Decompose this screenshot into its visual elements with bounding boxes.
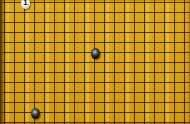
board-intersection[interactable] — [30, 28, 40, 38]
board-intersection[interactable] — [30, 18, 40, 28]
board-intersection[interactable] — [180, 118, 190, 124]
board-intersection[interactable] — [140, 8, 150, 18]
board-intersection[interactable] — [40, 68, 50, 78]
board-intersection[interactable] — [150, 0, 160, 8]
board-intersection[interactable] — [130, 0, 140, 8]
board-intersection[interactable] — [90, 18, 100, 28]
board-intersection[interactable] — [50, 118, 60, 124]
board-intersection[interactable] — [170, 78, 180, 88]
board-intersection[interactable] — [70, 98, 80, 108]
board-intersection[interactable] — [90, 8, 100, 18]
board-intersection[interactable] — [10, 48, 20, 58]
board-intersection[interactable] — [150, 108, 160, 118]
board-intersection[interactable] — [110, 78, 120, 88]
board-intersection[interactable] — [90, 38, 100, 48]
board-intersection[interactable] — [130, 108, 140, 118]
board-intersection[interactable] — [40, 98, 50, 108]
board-intersection[interactable] — [180, 0, 190, 8]
board-intersection[interactable] — [90, 0, 100, 8]
board-intersection[interactable] — [150, 68, 160, 78]
board-intersection[interactable] — [110, 88, 120, 98]
board-intersection[interactable] — [100, 0, 110, 8]
board-intersection[interactable] — [60, 48, 70, 58]
board-intersection[interactable] — [80, 0, 90, 8]
board-intersection[interactable] — [10, 108, 20, 118]
board-intersection[interactable] — [0, 108, 10, 118]
board-intersection[interactable]: 1 — [20, 0, 30, 8]
board-intersection[interactable] — [30, 98, 40, 108]
board-intersection[interactable] — [20, 8, 30, 18]
board-intersection[interactable] — [150, 48, 160, 58]
board-intersection[interactable] — [10, 28, 20, 38]
board-intersection[interactable] — [170, 98, 180, 108]
board-intersection[interactable] — [90, 48, 100, 58]
board-intersection[interactable] — [170, 68, 180, 78]
board-intersection[interactable] — [0, 68, 10, 78]
board-intersection[interactable] — [40, 78, 50, 88]
board-intersection[interactable] — [140, 108, 150, 118]
board-intersection[interactable] — [110, 38, 120, 48]
board-intersection[interactable] — [130, 78, 140, 88]
board-intersection[interactable] — [180, 8, 190, 18]
board-intersection[interactable] — [180, 18, 190, 28]
board-intersection[interactable] — [70, 28, 80, 38]
board-intersection[interactable] — [20, 18, 30, 28]
board-intersection[interactable] — [60, 18, 70, 28]
board-intersection[interactable] — [10, 68, 20, 78]
board-intersection[interactable] — [160, 28, 170, 38]
board-intersection[interactable] — [160, 118, 170, 124]
board-intersection[interactable] — [90, 108, 100, 118]
board-intersection[interactable] — [110, 0, 120, 8]
board-intersection[interactable] — [130, 68, 140, 78]
board-intersection[interactable] — [80, 28, 90, 38]
board-intersection[interactable] — [180, 48, 190, 58]
board-intersection[interactable] — [140, 38, 150, 48]
board-intersection[interactable] — [40, 118, 50, 124]
board-intersection[interactable] — [140, 0, 150, 8]
board-intersection[interactable] — [160, 18, 170, 28]
board-intersection[interactable] — [20, 108, 30, 118]
board-intersection[interactable] — [110, 58, 120, 68]
board-intersection[interactable] — [130, 28, 140, 38]
board-intersection[interactable] — [90, 78, 100, 88]
board-intersection[interactable] — [80, 18, 90, 28]
board-intersection[interactable] — [120, 98, 130, 108]
board-intersection[interactable] — [150, 8, 160, 18]
board-intersection[interactable] — [80, 38, 90, 48]
board-intersection[interactable] — [120, 18, 130, 28]
board-intersection[interactable] — [100, 8, 110, 18]
board-intersection[interactable] — [50, 58, 60, 68]
board-intersection[interactable] — [50, 108, 60, 118]
board-intersection[interactable] — [180, 78, 190, 88]
board-intersection[interactable] — [160, 48, 170, 58]
board-intersection[interactable] — [20, 98, 30, 108]
board-intersection[interactable] — [170, 118, 180, 124]
board-intersection[interactable] — [20, 88, 30, 98]
board-intersection[interactable] — [80, 98, 90, 108]
board-intersection[interactable] — [10, 58, 20, 68]
board-intersection[interactable] — [130, 58, 140, 68]
board-intersection[interactable] — [120, 108, 130, 118]
board-intersection[interactable] — [110, 18, 120, 28]
board-intersection[interactable] — [10, 8, 20, 18]
board-intersection[interactable] — [50, 28, 60, 38]
board-intersection[interactable] — [160, 88, 170, 98]
board-intersection[interactable] — [30, 108, 40, 118]
board-intersection[interactable] — [110, 28, 120, 38]
board-intersection[interactable] — [100, 18, 110, 28]
board-intersection[interactable] — [150, 38, 160, 48]
board-intersection[interactable] — [60, 78, 70, 88]
board-intersection[interactable] — [160, 0, 170, 8]
board-intersection[interactable] — [70, 18, 80, 28]
board-intersection[interactable] — [130, 48, 140, 58]
board-intersection[interactable] — [50, 88, 60, 98]
board-intersection[interactable] — [40, 18, 50, 28]
board-intersection[interactable] — [100, 108, 110, 118]
board-intersection[interactable] — [30, 88, 40, 98]
board-intersection[interactable] — [30, 68, 40, 78]
board-intersection[interactable] — [70, 108, 80, 118]
board-intersection[interactable] — [150, 78, 160, 88]
board-intersection[interactable] — [160, 38, 170, 48]
black-stone — [31, 108, 40, 119]
board-intersection[interactable] — [70, 8, 80, 18]
go-board-screenshot: 1 — [0, 0, 190, 124]
board-intersection[interactable] — [20, 48, 30, 58]
go-board[interactable]: 1 — [0, 0, 190, 124]
board-intersection[interactable] — [20, 38, 30, 48]
board-intersection[interactable] — [30, 0, 40, 8]
board-intersection[interactable] — [180, 108, 190, 118]
board-intersection[interactable] — [170, 28, 180, 38]
board-intersection[interactable] — [40, 38, 50, 48]
board-intersection[interactable] — [0, 38, 10, 48]
board-intersection[interactable] — [60, 0, 70, 8]
board-intersection[interactable] — [180, 68, 190, 78]
board-intersection[interactable] — [20, 78, 30, 88]
board-intersection[interactable] — [40, 58, 50, 68]
board-intersection[interactable] — [170, 58, 180, 68]
board-intersection[interactable] — [10, 78, 20, 88]
board-intersection[interactable] — [50, 98, 60, 108]
board-intersection[interactable] — [0, 48, 10, 58]
board-intersection[interactable] — [140, 98, 150, 108]
board-intersection[interactable] — [170, 48, 180, 58]
board-intersection[interactable] — [120, 28, 130, 38]
board-intersection[interactable] — [120, 68, 130, 78]
board-intersection[interactable] — [130, 38, 140, 48]
board-intersection[interactable] — [90, 68, 100, 78]
board-intersection[interactable] — [140, 28, 150, 38]
board-intersection[interactable] — [130, 88, 140, 98]
board-intersection[interactable] — [80, 88, 90, 98]
board-intersection[interactable] — [50, 48, 60, 58]
board-intersection[interactable] — [60, 118, 70, 124]
board-intersection[interactable] — [40, 8, 50, 18]
board-intersection[interactable] — [0, 0, 10, 8]
board-intersection[interactable] — [70, 0, 80, 8]
board-intersection[interactable] — [60, 98, 70, 108]
board-intersection[interactable] — [120, 118, 130, 124]
board-intersection[interactable] — [120, 58, 130, 68]
board-intersection[interactable] — [30, 48, 40, 58]
board-intersection[interactable] — [150, 28, 160, 38]
board-intersection[interactable] — [90, 28, 100, 38]
board-intersection[interactable] — [140, 68, 150, 78]
board-intersection[interactable] — [80, 118, 90, 124]
board-intersection[interactable] — [50, 18, 60, 28]
board-intersection[interactable] — [160, 78, 170, 88]
board-intersection[interactable] — [100, 38, 110, 48]
board-intersection[interactable] — [80, 58, 90, 68]
board-intersection[interactable] — [140, 88, 150, 98]
board-intersection[interactable] — [0, 78, 10, 88]
board-intersection[interactable] — [0, 88, 10, 98]
board-intersection[interactable] — [50, 68, 60, 78]
board-intersection[interactable] — [180, 38, 190, 48]
board-intersection[interactable] — [20, 58, 30, 68]
board-intersection[interactable] — [0, 118, 10, 124]
board-intersection[interactable] — [100, 78, 110, 88]
board-intersection[interactable] — [100, 118, 110, 124]
board-intersection[interactable] — [40, 88, 50, 98]
board-intersection[interactable] — [150, 18, 160, 28]
board-intersection[interactable] — [50, 0, 60, 8]
board-intersection[interactable] — [90, 118, 100, 124]
board-intersection[interactable] — [60, 38, 70, 48]
board-intersection[interactable] — [60, 108, 70, 118]
board-intersection[interactable] — [70, 38, 80, 48]
board-intersection[interactable] — [50, 78, 60, 88]
board-intersection[interactable] — [110, 48, 120, 58]
board-intersection[interactable] — [120, 88, 130, 98]
board-intersection[interactable] — [10, 18, 20, 28]
board-intersection[interactable] — [170, 18, 180, 28]
board-intersection[interactable] — [10, 88, 20, 98]
board-intersection[interactable] — [170, 88, 180, 98]
board-intersection[interactable] — [180, 28, 190, 38]
board-intersection[interactable] — [70, 118, 80, 124]
board-intersection[interactable] — [150, 118, 160, 124]
board-intersection[interactable] — [40, 0, 50, 8]
board-intersection[interactable] — [180, 88, 190, 98]
board-intersection[interactable] — [100, 88, 110, 98]
board-intersection[interactable] — [20, 28, 30, 38]
board-intersection[interactable] — [150, 98, 160, 108]
board-intersection[interactable] — [120, 0, 130, 8]
board-intersection[interactable] — [100, 58, 110, 68]
board-intersection[interactable] — [170, 8, 180, 18]
board-intersection[interactable] — [150, 88, 160, 98]
board-intersection[interactable] — [180, 58, 190, 68]
board-intersection[interactable] — [100, 68, 110, 78]
board-intersection[interactable] — [40, 108, 50, 118]
board-intersection[interactable] — [10, 0, 20, 8]
board-intersection[interactable] — [10, 118, 20, 124]
board-intersection[interactable] — [110, 8, 120, 18]
board-intersection[interactable] — [20, 68, 30, 78]
board-intersection[interactable] — [170, 108, 180, 118]
board-intersection[interactable] — [110, 68, 120, 78]
board-intersection[interactable] — [160, 98, 170, 108]
board-intersection[interactable] — [120, 48, 130, 58]
board-intersection[interactable] — [0, 28, 10, 38]
board-intersection[interactable] — [50, 8, 60, 18]
board-intersection[interactable] — [170, 0, 180, 8]
board-intersection[interactable] — [100, 28, 110, 38]
board-intersection[interactable] — [30, 78, 40, 88]
board-intersection[interactable] — [40, 28, 50, 38]
board-intersection[interactable] — [30, 38, 40, 48]
board-intersection[interactable] — [150, 58, 160, 68]
board-intersection[interactable] — [140, 118, 150, 124]
board-intersection[interactable] — [80, 8, 90, 18]
board-intersection[interactable] — [120, 8, 130, 18]
board-intersection[interactable] — [180, 98, 190, 108]
board-intersection[interactable] — [10, 98, 20, 108]
board-intersection[interactable] — [160, 58, 170, 68]
board-intersection[interactable] — [110, 118, 120, 124]
board-intersection[interactable] — [80, 48, 90, 58]
board-intersection[interactable] — [140, 78, 150, 88]
board-intersection[interactable] — [140, 58, 150, 68]
board-intersection[interactable] — [10, 38, 20, 48]
board-intersection[interactable] — [160, 68, 170, 78]
board-intersection[interactable] — [70, 78, 80, 88]
black-stone — [91, 48, 100, 59]
board-intersection[interactable] — [60, 88, 70, 98]
board-intersection[interactable] — [90, 88, 100, 98]
board-intersection[interactable] — [100, 98, 110, 108]
stone-move-number: 1 — [23, 0, 28, 9]
board-intersection[interactable] — [130, 118, 140, 124]
board-intersection[interactable] — [140, 18, 150, 28]
board-intersection[interactable] — [80, 68, 90, 78]
board-intersection[interactable] — [90, 58, 100, 68]
board-intersection[interactable] — [100, 48, 110, 58]
board-grid: 1 — [0, 0, 190, 124]
board-intersection[interactable] — [170, 38, 180, 48]
board-intersection[interactable] — [70, 48, 80, 58]
board-intersection[interactable] — [0, 8, 10, 18]
board-intersection[interactable] — [110, 108, 120, 118]
board-intersection[interactable] — [60, 28, 70, 38]
board-intersection[interactable] — [130, 18, 140, 28]
board-intersection[interactable] — [70, 88, 80, 98]
board-intersection[interactable] — [0, 58, 10, 68]
board-intersection[interactable] — [20, 118, 30, 124]
board-intersection[interactable] — [160, 8, 170, 18]
board-intersection[interactable] — [0, 18, 10, 28]
board-intersection[interactable] — [60, 58, 70, 68]
board-intersection[interactable] — [40, 48, 50, 58]
board-intersection[interactable] — [70, 68, 80, 78]
board-intersection[interactable] — [0, 98, 10, 108]
board-intersection[interactable] — [30, 8, 40, 18]
board-intersection[interactable] — [160, 108, 170, 118]
board-intersection[interactable] — [120, 38, 130, 48]
board-intersection[interactable] — [110, 98, 120, 108]
board-intersection[interactable] — [60, 8, 70, 18]
board-intersection[interactable] — [80, 108, 90, 118]
board-intersection[interactable] — [120, 78, 130, 88]
board-intersection[interactable] — [60, 68, 70, 78]
board-intersection[interactable] — [130, 98, 140, 108]
board-intersection[interactable] — [50, 38, 60, 48]
board-intersection[interactable] — [70, 58, 80, 68]
board-intersection[interactable] — [80, 78, 90, 88]
board-intersection[interactable] — [140, 48, 150, 58]
board-intersection[interactable] — [30, 58, 40, 68]
board-intersection[interactable] — [130, 8, 140, 18]
board-intersection[interactable] — [90, 98, 100, 108]
